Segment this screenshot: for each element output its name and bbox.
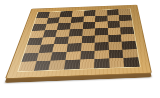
board-square [64,60,80,70]
board-square [109,58,125,68]
board-square [49,60,66,70]
board-field [17,8,141,71]
perspective-wrapper [0,0,160,98]
board-square [124,57,140,67]
board-square [79,59,94,69]
photo-container [0,0,160,98]
board-square [94,59,109,69]
chess-board [5,5,152,79]
